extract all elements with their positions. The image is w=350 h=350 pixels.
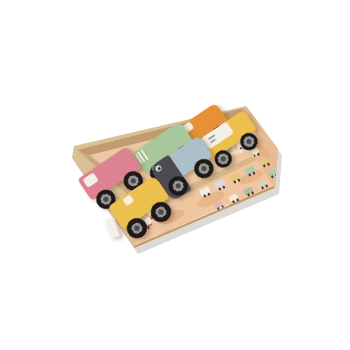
raccoon-eye — [154, 164, 162, 172]
product-photo: Little Constructors Vehicle Set Little C… — [0, 0, 350, 350]
panel-print-truck — [259, 158, 270, 167]
panel-print-truck — [214, 179, 226, 189]
panel-print-truck — [257, 179, 268, 188]
